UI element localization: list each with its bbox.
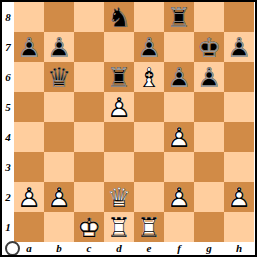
- square-c5[interactable]: [74, 92, 104, 122]
- rank-label-5: 5: [2, 92, 14, 122]
- pawn-outline-icon: ♙: [44, 182, 74, 212]
- file-label-c: c: [74, 242, 104, 255]
- square-g8[interactable]: [194, 2, 224, 32]
- rook-outline-icon: ♖: [164, 2, 194, 32]
- rank-label-1: 1: [2, 212, 14, 242]
- pawn-outline-icon: ♙: [44, 32, 74, 62]
- square-e7[interactable]: ♟♙: [134, 32, 164, 62]
- piece-white-king-c1[interactable]: ♚♔: [74, 212, 104, 242]
- square-d2[interactable]: ♛♕: [104, 182, 134, 212]
- piece-black-pawn-h7[interactable]: ♟♙: [224, 32, 254, 62]
- piece-black-pawn-a7[interactable]: ♟♙: [14, 32, 44, 62]
- square-e6[interactable]: ♝♗: [134, 62, 164, 92]
- square-b7[interactable]: ♟♙: [44, 32, 74, 62]
- square-c4[interactable]: [74, 122, 104, 152]
- square-d1[interactable]: ♜♖: [104, 212, 134, 242]
- square-e8[interactable]: [134, 2, 164, 32]
- square-h1[interactable]: [224, 212, 254, 242]
- square-f5[interactable]: [164, 92, 194, 122]
- piece-white-queen-d2[interactable]: ♛♕: [104, 182, 134, 212]
- white-to-move-indicator: [5, 241, 20, 256]
- square-h2[interactable]: ♟♙: [224, 182, 254, 212]
- square-c2[interactable]: [74, 182, 104, 212]
- chess-diagram: 87654321 ♞♘♜♖♟♙♟♙♟♙♚♔♟♙♛♕♜♖♝♗♟♙♟♙♟♙♟♙♟♙♟…: [0, 0, 257, 257]
- piece-black-pawn-e7[interactable]: ♟♙: [134, 32, 164, 62]
- queen-outline-icon: ♕: [104, 182, 134, 212]
- file-labels: abcdefgh: [14, 242, 254, 255]
- square-f1[interactable]: [164, 212, 194, 242]
- square-c8[interactable]: [74, 2, 104, 32]
- square-a2[interactable]: ♟♙: [14, 182, 44, 212]
- square-b5[interactable]: [44, 92, 74, 122]
- king-outline-icon: ♔: [194, 32, 224, 62]
- pawn-outline-icon: ♙: [164, 62, 194, 92]
- piece-white-rook-e1[interactable]: ♜♖: [134, 212, 164, 242]
- square-g2[interactable]: [194, 182, 224, 212]
- file-label-h: h: [224, 242, 254, 255]
- piece-white-pawn-d5[interactable]: ♟♙: [104, 92, 134, 122]
- square-g6[interactable]: ♟♙: [194, 62, 224, 92]
- pawn-outline-icon: ♙: [14, 182, 44, 212]
- rank-labels: 87654321: [2, 2, 14, 242]
- square-h4[interactable]: [224, 122, 254, 152]
- pawn-outline-icon: ♙: [224, 182, 254, 212]
- king-outline-icon: ♔: [74, 212, 104, 242]
- square-f6[interactable]: ♟♙: [164, 62, 194, 92]
- square-e5[interactable]: [134, 92, 164, 122]
- square-g7[interactable]: ♚♔: [194, 32, 224, 62]
- square-f2[interactable]: ♟♙: [164, 182, 194, 212]
- queen-outline-icon: ♕: [44, 62, 74, 92]
- square-g5[interactable]: [194, 92, 224, 122]
- square-f3[interactable]: [164, 152, 194, 182]
- square-c1[interactable]: ♚♔: [74, 212, 104, 242]
- board: ♞♘♜♖♟♙♟♙♟♙♚♔♟♙♛♕♜♖♝♗♟♙♟♙♟♙♟♙♟♙♟♙♛♕♟♙♟♙♚♔…: [14, 2, 254, 242]
- rank-label-6: 6: [2, 62, 14, 92]
- square-h7[interactable]: ♟♙: [224, 32, 254, 62]
- square-d5[interactable]: ♟♙: [104, 92, 134, 122]
- bishop-outline-icon: ♗: [134, 62, 164, 92]
- square-a8[interactable]: [14, 2, 44, 32]
- pawn-outline-icon: ♙: [194, 62, 224, 92]
- square-b8[interactable]: [44, 2, 74, 32]
- rank-label-7: 7: [2, 32, 14, 62]
- pawn-outline-icon: ♙: [14, 32, 44, 62]
- file-label-d: d: [104, 242, 134, 255]
- square-b6[interactable]: ♛♕: [44, 62, 74, 92]
- pawn-outline-icon: ♙: [164, 182, 194, 212]
- square-d7[interactable]: [104, 32, 134, 62]
- piece-white-pawn-a2[interactable]: ♟♙: [14, 182, 44, 212]
- file-label-g: g: [194, 242, 224, 255]
- piece-black-knight-d8[interactable]: ♞♘: [104, 2, 134, 32]
- square-h5[interactable]: [224, 92, 254, 122]
- file-label-e: e: [134, 242, 164, 255]
- square-d3[interactable]: [104, 152, 134, 182]
- square-e1[interactable]: ♜♖: [134, 212, 164, 242]
- square-g3[interactable]: [194, 152, 224, 182]
- square-c7[interactable]: [74, 32, 104, 62]
- piece-white-pawn-f2[interactable]: ♟♙: [164, 182, 194, 212]
- square-d4[interactable]: [104, 122, 134, 152]
- rank-label-3: 3: [2, 152, 14, 182]
- rook-outline-icon: ♖: [104, 212, 134, 242]
- rook-outline-icon: ♖: [134, 212, 164, 242]
- square-f7[interactable]: [164, 32, 194, 62]
- piece-black-pawn-b7[interactable]: ♟♙: [44, 32, 74, 62]
- piece-white-rook-d1[interactable]: ♜♖: [104, 212, 134, 242]
- rank-label-4: 4: [2, 122, 14, 152]
- pawn-outline-icon: ♙: [134, 32, 164, 62]
- square-h3[interactable]: [224, 152, 254, 182]
- rook-outline-icon: ♖: [104, 62, 134, 92]
- square-b3[interactable]: [44, 152, 74, 182]
- square-h6[interactable]: [224, 62, 254, 92]
- square-b4[interactable]: [44, 122, 74, 152]
- square-a5[interactable]: [14, 92, 44, 122]
- rank-label-2: 2: [2, 182, 14, 212]
- square-b2[interactable]: ♟♙: [44, 182, 74, 212]
- piece-black-king-g7[interactable]: ♚♔: [194, 32, 224, 62]
- piece-black-pawn-g6[interactable]: ♟♙: [194, 62, 224, 92]
- piece-black-pawn-f6[interactable]: ♟♙: [164, 62, 194, 92]
- piece-white-bishop-e6[interactable]: ♝♗: [134, 62, 164, 92]
- piece-black-queen-b6[interactable]: ♛♕: [44, 62, 74, 92]
- rank-label-8: 8: [2, 2, 14, 32]
- square-a3[interactable]: [14, 152, 44, 182]
- square-d8[interactable]: ♞♘: [104, 2, 134, 32]
- piece-white-pawn-f4[interactable]: ♟♙: [164, 122, 194, 152]
- square-h8[interactable]: [224, 2, 254, 32]
- file-label-b: b: [44, 242, 74, 255]
- piece-black-rook-d6[interactable]: ♜♖: [104, 62, 134, 92]
- square-a6[interactable]: [14, 62, 44, 92]
- square-e4[interactable]: [134, 122, 164, 152]
- square-g1[interactable]: [194, 212, 224, 242]
- piece-white-pawn-b2[interactable]: ♟♙: [44, 182, 74, 212]
- piece-black-rook-f8[interactable]: ♜♖: [164, 2, 194, 32]
- square-a4[interactable]: [14, 122, 44, 152]
- pawn-outline-icon: ♙: [164, 122, 194, 152]
- square-a1[interactable]: [14, 212, 44, 242]
- square-g4[interactable]: [194, 122, 224, 152]
- square-b1[interactable]: [44, 212, 74, 242]
- square-e3[interactable]: [134, 152, 164, 182]
- square-e2[interactable]: [134, 182, 164, 212]
- square-c3[interactable]: [74, 152, 104, 182]
- square-f8[interactable]: ♜♖: [164, 2, 194, 32]
- knight-outline-icon: ♘: [104, 2, 134, 32]
- square-c6[interactable]: [74, 62, 104, 92]
- file-label-f: f: [164, 242, 194, 255]
- pawn-outline-icon: ♙: [104, 92, 134, 122]
- pawn-outline-icon: ♙: [224, 32, 254, 62]
- square-f4[interactable]: ♟♙: [164, 122, 194, 152]
- square-a7[interactable]: ♟♙: [14, 32, 44, 62]
- square-d6[interactable]: ♜♖: [104, 62, 134, 92]
- piece-white-pawn-h2[interactable]: ♟♙: [224, 182, 254, 212]
